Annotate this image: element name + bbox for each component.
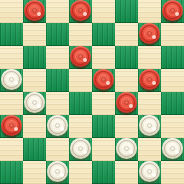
piece-ring — [121, 143, 132, 154]
piece-ring — [101, 77, 106, 82]
square-h4[interactable] — [161, 92, 184, 115]
square-f6[interactable] — [115, 46, 138, 69]
red-man-f4[interactable] — [116, 92, 137, 113]
piece-ring — [141, 163, 158, 180]
square-g5[interactable] — [138, 69, 161, 92]
square-h7[interactable] — [161, 23, 184, 46]
piece-ring — [75, 51, 86, 62]
piece-ring — [49, 163, 66, 180]
square-h5[interactable] — [161, 69, 184, 92]
red-man-d8[interactable] — [70, 0, 91, 21]
piece-ring — [3, 71, 20, 88]
piece-ring — [32, 8, 37, 13]
square-a2[interactable] — [0, 138, 23, 161]
piece-highlight — [83, 150, 87, 154]
piece-ring — [29, 5, 40, 16]
piece-ring — [9, 77, 14, 82]
piece-ring — [164, 2, 181, 19]
piece-highlight — [106, 81, 110, 85]
square-e6[interactable] — [92, 46, 115, 69]
square-c4[interactable] — [46, 92, 69, 115]
square-f7[interactable] — [115, 23, 138, 46]
piece-ring — [78, 54, 83, 59]
square-d5[interactable] — [69, 69, 92, 92]
square-h8[interactable] — [161, 0, 184, 23]
piece-ring — [144, 28, 155, 39]
square-f8[interactable] — [115, 0, 138, 23]
piece-ring — [170, 8, 175, 13]
square-g7[interactable] — [138, 23, 161, 46]
piece-ring — [141, 117, 158, 134]
square-c2[interactable] — [46, 138, 69, 161]
red-man-e5[interactable] — [93, 69, 114, 90]
piece-ring — [29, 97, 40, 108]
square-h3[interactable] — [161, 115, 184, 138]
piece-ring — [32, 100, 37, 105]
piece-ring — [26, 94, 43, 111]
white-man-c1[interactable] — [47, 161, 68, 182]
piece-ring — [118, 140, 135, 157]
piece-highlight — [14, 81, 18, 85]
piece-ring — [6, 120, 17, 131]
white-man-h2[interactable] — [162, 138, 183, 159]
piece-ring — [164, 140, 181, 157]
piece-highlight — [83, 12, 87, 16]
red-man-b8[interactable] — [24, 0, 45, 21]
piece-ring — [147, 31, 152, 36]
square-a6[interactable] — [0, 46, 23, 69]
square-c3[interactable] — [46, 115, 69, 138]
square-f3[interactable] — [115, 115, 138, 138]
piece-ring — [167, 5, 178, 16]
square-f2[interactable] — [115, 138, 138, 161]
square-f4[interactable] — [115, 92, 138, 115]
square-g2[interactable] — [138, 138, 161, 161]
piece-ring — [141, 71, 158, 88]
square-c1[interactable] — [46, 161, 69, 184]
piece-highlight — [152, 173, 156, 177]
piece-ring — [167, 143, 178, 154]
piece-ring — [52, 166, 63, 177]
piece-ring — [26, 2, 43, 19]
white-man-g1[interactable] — [139, 161, 160, 182]
piece-ring — [49, 117, 66, 134]
square-d4[interactable] — [69, 92, 92, 115]
piece-highlight — [83, 58, 87, 62]
square-b6[interactable] — [23, 46, 46, 69]
piece-highlight — [129, 150, 133, 154]
white-man-a5[interactable] — [1, 69, 22, 90]
piece-ring — [98, 74, 109, 85]
piece-highlight — [60, 127, 64, 131]
piece-ring — [147, 169, 152, 174]
square-e2[interactable] — [92, 138, 115, 161]
square-c6[interactable] — [46, 46, 69, 69]
piece-ring — [78, 8, 83, 13]
piece-highlight — [37, 104, 41, 108]
square-g1[interactable] — [138, 161, 161, 184]
square-e4[interactable] — [92, 92, 115, 115]
square-g8[interactable] — [138, 0, 161, 23]
piece-ring — [52, 120, 63, 131]
piece-ring — [124, 146, 129, 151]
piece-ring — [75, 143, 86, 154]
square-a1[interactable] — [0, 161, 23, 184]
piece-ring — [144, 166, 155, 177]
piece-ring — [6, 74, 17, 85]
square-b7[interactable] — [23, 23, 46, 46]
piece-ring — [147, 123, 152, 128]
piece-highlight — [152, 35, 156, 39]
red-man-d6[interactable] — [70, 46, 91, 67]
square-b4[interactable] — [23, 92, 46, 115]
white-man-b4[interactable] — [24, 92, 45, 113]
red-man-h8[interactable] — [162, 0, 183, 21]
square-b3[interactable] — [23, 115, 46, 138]
square-b2[interactable] — [23, 138, 46, 161]
square-h1[interactable] — [161, 161, 184, 184]
piece-highlight — [60, 173, 64, 177]
piece-ring — [78, 146, 83, 151]
square-a7[interactable] — [0, 23, 23, 46]
square-c7[interactable] — [46, 23, 69, 46]
piece-ring — [170, 146, 175, 151]
piece-ring — [118, 94, 135, 111]
square-f1[interactable] — [115, 161, 138, 184]
piece-highlight — [37, 12, 41, 16]
square-d6[interactable] — [69, 46, 92, 69]
square-d3[interactable] — [69, 115, 92, 138]
square-b1[interactable] — [23, 161, 46, 184]
piece-ring — [144, 74, 155, 85]
piece-highlight — [175, 150, 179, 154]
piece-highlight — [14, 127, 18, 131]
square-b5[interactable] — [23, 69, 46, 92]
square-a3[interactable] — [0, 115, 23, 138]
piece-ring — [9, 123, 14, 128]
square-e8[interactable] — [92, 0, 115, 23]
square-b8[interactable] — [23, 0, 46, 23]
square-e5[interactable] — [92, 69, 115, 92]
square-d7[interactable] — [69, 23, 92, 46]
piece-highlight — [152, 127, 156, 131]
red-man-a3[interactable] — [1, 115, 22, 136]
piece-ring — [55, 169, 60, 174]
white-man-d2[interactable] — [70, 138, 91, 159]
white-man-g3[interactable] — [139, 115, 160, 136]
checkers-board — [0, 0, 184, 184]
piece-ring — [72, 140, 89, 157]
piece-ring — [144, 120, 155, 131]
piece-highlight — [152, 81, 156, 85]
piece-ring — [75, 5, 86, 16]
white-man-f2[interactable] — [116, 138, 137, 159]
white-man-c3[interactable] — [47, 115, 68, 136]
square-g4[interactable] — [138, 92, 161, 115]
piece-highlight — [175, 12, 179, 16]
piece-ring — [147, 77, 152, 82]
piece-ring — [55, 123, 60, 128]
piece-ring — [121, 97, 132, 108]
piece-ring — [141, 25, 158, 42]
square-h6[interactable] — [161, 46, 184, 69]
piece-highlight — [129, 104, 133, 108]
square-e7[interactable] — [92, 23, 115, 46]
square-d1[interactable] — [69, 161, 92, 184]
piece-ring — [72, 2, 89, 19]
square-a5[interactable] — [0, 69, 23, 92]
square-d8[interactable] — [69, 0, 92, 23]
square-c5[interactable] — [46, 69, 69, 92]
square-c8[interactable] — [46, 0, 69, 23]
square-g6[interactable] — [138, 46, 161, 69]
square-a8[interactable] — [0, 0, 23, 23]
piece-ring — [124, 100, 129, 105]
red-man-g5[interactable] — [139, 69, 160, 90]
square-f5[interactable] — [115, 69, 138, 92]
piece-ring — [95, 71, 112, 88]
red-man-g7[interactable] — [139, 23, 160, 44]
square-a4[interactable] — [0, 92, 23, 115]
square-h2[interactable] — [161, 138, 184, 161]
square-e1[interactable] — [92, 161, 115, 184]
piece-ring — [72, 48, 89, 65]
square-d2[interactable] — [69, 138, 92, 161]
piece-ring — [3, 117, 20, 134]
square-g3[interactable] — [138, 115, 161, 138]
square-e3[interactable] — [92, 115, 115, 138]
